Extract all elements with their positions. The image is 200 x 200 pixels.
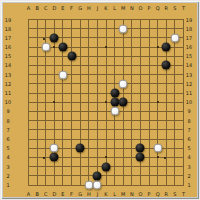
grid-line-horizontal xyxy=(28,120,184,121)
col-label-bottom-d: D xyxy=(52,191,56,196)
row-label-left-9: 9 xyxy=(6,109,9,114)
col-label-top-n: N xyxy=(130,5,134,10)
row-label-left-16: 16 xyxy=(5,45,11,50)
hoshi-point-k16 xyxy=(105,46,107,48)
hoshi-point-k10 xyxy=(105,101,107,103)
col-label-bottom-h: H xyxy=(87,191,91,196)
row-label-left-5: 5 xyxy=(6,146,9,151)
col-label-bottom-q: Q xyxy=(156,191,160,196)
row-label-left-1: 1 xyxy=(6,183,9,188)
stone-black-j2[interactable] xyxy=(93,171,102,180)
row-label-right-18: 18 xyxy=(186,26,192,31)
row-label-right-3: 3 xyxy=(187,164,190,169)
col-label-bottom-j: J xyxy=(97,191,98,196)
stone-black-l11[interactable] xyxy=(110,89,119,98)
stone-white-q5[interactable] xyxy=(153,144,162,153)
col-label-bottom-k: K xyxy=(104,191,107,196)
col-label-bottom-t: T xyxy=(182,191,185,196)
row-label-right-8: 8 xyxy=(187,118,190,123)
stone-white-d5[interactable] xyxy=(50,144,59,153)
col-label-bottom-s: S xyxy=(173,191,176,196)
col-label-top-t: T xyxy=(182,5,185,10)
stone-black-d17[interactable] xyxy=(50,33,59,42)
stone-white-e13[interactable] xyxy=(58,70,67,79)
row-label-right-12: 12 xyxy=(186,81,192,86)
row-label-left-18: 18 xyxy=(5,26,11,31)
row-label-right-9: 9 xyxy=(187,109,190,114)
row-label-left-7: 7 xyxy=(6,127,9,132)
row-label-left-10: 10 xyxy=(5,100,11,105)
grid-line-vertical xyxy=(183,19,184,186)
row-label-left-3: 3 xyxy=(6,164,9,169)
row-label-right-16: 16 xyxy=(186,45,192,50)
row-label-left-13: 13 xyxy=(5,72,11,77)
col-label-bottom-b: B xyxy=(35,191,38,196)
col-label-top-g: G xyxy=(78,5,82,10)
marker-c17 xyxy=(43,38,45,40)
row-label-right-11: 11 xyxy=(186,91,192,96)
hoshi-point-q4 xyxy=(157,156,159,158)
stone-black-o4[interactable] xyxy=(136,153,145,162)
stone-white-l9[interactable] xyxy=(110,107,119,116)
col-label-top-q: Q xyxy=(156,5,160,10)
col-label-top-f: F xyxy=(70,5,73,10)
col-label-top-k: K xyxy=(104,5,107,10)
hoshi-point-d16 xyxy=(53,46,55,48)
row-label-right-5: 5 xyxy=(187,146,190,151)
row-label-left-12: 12 xyxy=(5,81,11,86)
grid-line-vertical xyxy=(149,19,150,186)
row-label-left-4: 4 xyxy=(6,155,9,160)
go-app-window: AABBCCDDEEFFGGHHJJKKLLMMNNOOPPQQRRSSTT19… xyxy=(0,0,200,200)
col-label-top-b: B xyxy=(35,5,38,10)
hoshi-point-q16 xyxy=(157,46,159,48)
row-label-right-10: 10 xyxy=(186,100,192,105)
row-label-right-2: 2 xyxy=(187,173,190,178)
col-label-bottom-f: F xyxy=(70,191,73,196)
col-label-bottom-a: A xyxy=(27,191,30,196)
stone-black-r16[interactable] xyxy=(162,43,171,52)
grid-line-horizontal xyxy=(28,139,184,140)
col-label-top-m: M xyxy=(121,5,125,10)
stone-black-g5[interactable] xyxy=(76,144,85,153)
stone-black-d4[interactable] xyxy=(50,153,59,162)
stone-white-m12[interactable] xyxy=(119,79,128,88)
col-label-bottom-r: R xyxy=(165,191,168,196)
stone-black-f15[interactable] xyxy=(67,52,76,61)
stone-white-c16[interactable] xyxy=(41,43,50,52)
col-label-bottom-e: E xyxy=(61,191,64,196)
go-board[interactable]: AABBCCDDEEFFGGHHJJKKLLMMNNOOPPQQRRSSTT19… xyxy=(3,3,197,197)
row-label-left-2: 2 xyxy=(6,173,9,178)
grid-line-horizontal xyxy=(28,111,184,112)
row-label-left-8: 8 xyxy=(6,118,9,123)
row-label-left-15: 15 xyxy=(5,54,11,59)
row-label-right-17: 17 xyxy=(186,35,192,40)
row-label-right-13: 13 xyxy=(186,72,192,77)
stone-black-r14[interactable] xyxy=(162,61,171,70)
col-label-top-c: C xyxy=(44,5,48,10)
col-label-bottom-o: O xyxy=(138,191,142,196)
grid-line-horizontal xyxy=(28,129,184,130)
stone-black-o5[interactable] xyxy=(136,144,145,153)
hoshi-point-d10 xyxy=(53,101,55,103)
col-label-bottom-l: L xyxy=(113,191,116,196)
stone-black-e16[interactable] xyxy=(58,43,67,52)
col-label-top-r: R xyxy=(165,5,168,10)
stone-black-k3[interactable] xyxy=(102,162,111,171)
col-label-top-l: L xyxy=(113,5,116,10)
stone-white-j1[interactable] xyxy=(93,181,102,190)
row-label-right-14: 14 xyxy=(186,63,192,68)
row-label-left-11: 11 xyxy=(5,91,11,96)
grid-line-horizontal xyxy=(28,175,184,176)
col-label-top-s: S xyxy=(173,5,176,10)
col-label-bottom-n: N xyxy=(130,191,134,196)
grid-line-horizontal xyxy=(28,185,184,186)
stone-white-s17[interactable] xyxy=(170,33,179,42)
row-label-right-6: 6 xyxy=(187,137,190,142)
col-label-bottom-p: P xyxy=(148,191,151,196)
stone-black-m10[interactable] xyxy=(119,98,128,107)
row-label-left-6: 6 xyxy=(6,137,9,142)
row-label-right-19: 19 xyxy=(186,17,192,22)
col-label-top-p: P xyxy=(148,5,151,10)
col-label-bottom-c: C xyxy=(44,191,48,196)
col-label-top-e: E xyxy=(61,5,64,10)
col-label-bottom-g: G xyxy=(78,191,82,196)
row-label-right-4: 4 xyxy=(187,155,190,160)
col-label-top-d: D xyxy=(52,5,56,10)
row-label-right-15: 15 xyxy=(186,54,192,59)
col-label-top-j: J xyxy=(97,5,98,10)
row-label-left-14: 14 xyxy=(5,63,11,68)
col-label-top-h: H xyxy=(87,5,91,10)
marker-r4 xyxy=(164,157,166,159)
stone-white-m18[interactable] xyxy=(119,24,128,33)
row-label-left-17: 17 xyxy=(5,35,11,40)
marker-c4 xyxy=(43,157,45,159)
row-label-right-1: 1 xyxy=(187,183,190,188)
grid-line-vertical xyxy=(131,19,132,186)
col-label-bottom-m: M xyxy=(121,191,125,196)
row-label-left-19: 19 xyxy=(5,17,11,22)
col-label-top-a: A xyxy=(27,5,30,10)
hoshi-point-q10 xyxy=(157,101,159,103)
hoshi-point-k4 xyxy=(105,156,107,158)
grid-line-vertical xyxy=(174,19,175,186)
row-label-right-7: 7 xyxy=(187,127,190,132)
col-label-top-o: O xyxy=(138,5,142,10)
